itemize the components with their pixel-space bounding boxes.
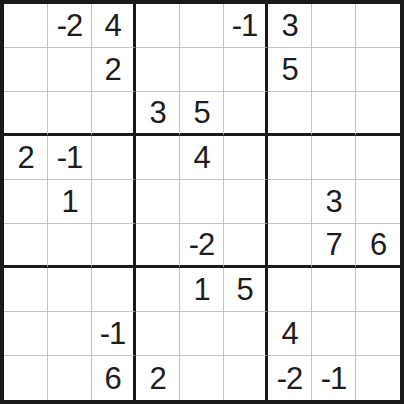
sudoku-cell-r8c9[interactable] [356,312,400,356]
sudoku-cell-r6c8[interactable]: 7 [312,224,356,268]
sudoku-cell-r2c7[interactable]: 5 [268,48,312,92]
sudoku-cell-r9c1[interactable] [4,356,48,400]
sudoku-cell-r4c3[interactable] [92,136,136,180]
sudoku-cell-r3c1[interactable] [4,92,48,136]
sudoku-cell-r5c6[interactable] [224,180,268,224]
sudoku-cell-r1c3[interactable]: 4 [92,4,136,48]
sudoku-cell-r5c7[interactable] [268,180,312,224]
sudoku-cell-r5c2[interactable]: 1 [48,180,92,224]
sudoku-cell-r6c6[interactable] [224,224,268,268]
sudoku-cell-r6c2[interactable] [48,224,92,268]
sudoku-cell-r7c4[interactable] [136,268,180,312]
sudoku-cell-r4c7[interactable] [268,136,312,180]
sudoku-cell-r1c8[interactable] [312,4,356,48]
sudoku-cell-r2c9[interactable] [356,48,400,92]
sudoku-cell-r5c9[interactable] [356,180,400,224]
sudoku-cell-r1c6[interactable]: -1 [224,4,268,48]
sudoku-cell-r7c3[interactable] [92,268,136,312]
sudoku-cell-r3c3[interactable] [92,92,136,136]
sudoku-cell-r4c2[interactable]: -1 [48,136,92,180]
sudoku-cell-r4c8[interactable] [312,136,356,180]
sudoku-cell-r1c5[interactable] [180,4,224,48]
sudoku-cell-r9c7[interactable]: -2 [268,356,312,400]
sudoku-cell-r9c4[interactable]: 2 [136,356,180,400]
sudoku-cell-r6c5[interactable]: -2 [180,224,224,268]
sudoku-cell-r3c9[interactable] [356,92,400,136]
sudoku-cell-r3c2[interactable] [48,92,92,136]
sudoku-cell-r3c6[interactable] [224,92,268,136]
sudoku-cell-r7c6[interactable]: 5 [224,268,268,312]
sudoku-cell-r5c5[interactable] [180,180,224,224]
sudoku-cell-r2c4[interactable] [136,48,180,92]
sudoku-cell-r3c7[interactable] [268,92,312,136]
sudoku-cell-r8c8[interactable] [312,312,356,356]
sudoku-cell-r1c1[interactable] [4,4,48,48]
sudoku-cell-r2c1[interactable] [4,48,48,92]
sudoku-cell-r1c2[interactable]: -2 [48,4,92,48]
sudoku-cell-r7c9[interactable] [356,268,400,312]
sudoku-cell-r7c1[interactable] [4,268,48,312]
sudoku-cell-r4c6[interactable] [224,136,268,180]
sudoku-cell-r5c4[interactable] [136,180,180,224]
sudoku-cell-r3c5[interactable]: 5 [180,92,224,136]
sudoku-cell-r8c3[interactable]: -1 [92,312,136,356]
sudoku-cell-r8c4[interactable] [136,312,180,356]
sudoku-cell-r6c1[interactable] [4,224,48,268]
sudoku-cell-r4c1[interactable]: 2 [4,136,48,180]
sudoku-cell-r6c4[interactable] [136,224,180,268]
sudoku-cell-r1c7[interactable]: 3 [268,4,312,48]
sudoku-cell-r6c3[interactable] [92,224,136,268]
sudoku-cell-r2c3[interactable]: 2 [92,48,136,92]
sudoku-cell-r9c9[interactable] [356,356,400,400]
sudoku-cell-r9c8[interactable]: -1 [312,356,356,400]
sudoku-cell-r9c2[interactable] [48,356,92,400]
sudoku-cell-r2c2[interactable] [48,48,92,92]
sudoku-cell-r6c7[interactable] [268,224,312,268]
sudoku-cell-r4c9[interactable] [356,136,400,180]
sudoku-cell-r2c5[interactable] [180,48,224,92]
sudoku-cell-r2c8[interactable] [312,48,356,92]
sudoku-cell-r7c5[interactable]: 1 [180,268,224,312]
sudoku-cell-r6c9[interactable]: 6 [356,224,400,268]
sudoku-cell-r1c4[interactable] [136,4,180,48]
sudoku-cell-r9c6[interactable] [224,356,268,400]
sudoku-cell-r8c1[interactable] [4,312,48,356]
sudoku-cell-r4c4[interactable] [136,136,180,180]
sudoku-cell-r2c6[interactable] [224,48,268,92]
sudoku-cell-r3c4[interactable]: 3 [136,92,180,136]
sudoku-cell-r4c5[interactable]: 4 [180,136,224,180]
sudoku-cell-r8c5[interactable] [180,312,224,356]
sudoku-cell-r8c6[interactable] [224,312,268,356]
sudoku-cell-r5c1[interactable] [4,180,48,224]
sudoku-cell-r7c7[interactable] [268,268,312,312]
sudoku-cell-r8c2[interactable] [48,312,92,356]
sudoku-cell-r5c3[interactable] [92,180,136,224]
sudoku-board: -24-1325352-1413-27615-1462-2-1 [0,0,404,404]
sudoku-cell-r7c2[interactable] [48,268,92,312]
sudoku-cell-r9c5[interactable] [180,356,224,400]
sudoku-cell-r1c9[interactable] [356,4,400,48]
sudoku-cell-r5c8[interactable]: 3 [312,180,356,224]
sudoku-cell-r8c7[interactable]: 4 [268,312,312,356]
sudoku-cell-r3c8[interactable] [312,92,356,136]
sudoku-cell-r7c8[interactable] [312,268,356,312]
sudoku-cell-r9c3[interactable]: 6 [92,356,136,400]
